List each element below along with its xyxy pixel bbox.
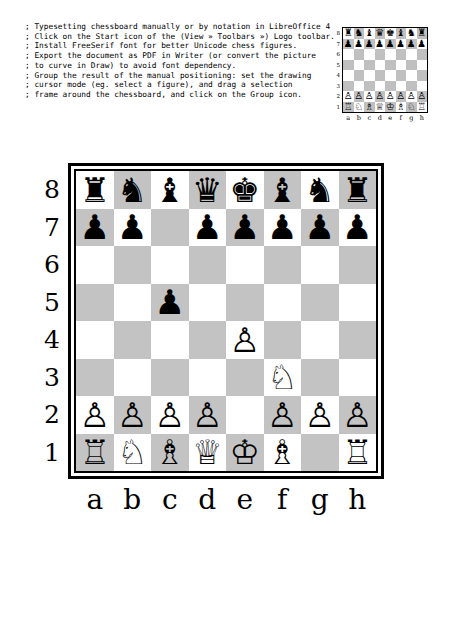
- mini-square-e7: ♟: [385, 39, 396, 50]
- main-square-h1: ♖: [339, 434, 377, 472]
- black-pawn-piece: ♟: [407, 39, 416, 49]
- mini-file-label-h: h: [417, 114, 428, 122]
- main-square-f5: [264, 284, 302, 322]
- main-board-inner-border: ♜♞♝♛♚♝♞♜♟♟♟♟♟♟♟♟♙♘♙♙♙♙♙♙♙♖♘♗♕♔♗♖: [74, 169, 378, 473]
- main-square-f4: [264, 321, 302, 359]
- main-square-e6: [226, 246, 264, 284]
- white-bishop-piece: ♗: [155, 435, 185, 469]
- black-bishop-piece: ♝: [396, 28, 405, 38]
- black-pawn-piece: ♟: [155, 285, 185, 319]
- mini-square-b6: [354, 49, 365, 60]
- main-square-b6: [114, 246, 152, 284]
- white-bishop-piece: ♗: [365, 102, 374, 112]
- main-rank-label-1: 1: [40, 434, 68, 472]
- mini-square-d2: ♙: [375, 91, 386, 102]
- comment-line: ; cursor mode (eg. select a figure), and…: [25, 80, 335, 90]
- mini-square-b1: ♘: [354, 102, 365, 113]
- main-square-h6: [339, 246, 377, 284]
- white-pawn-piece: ♙: [342, 398, 372, 432]
- main-square-d2: ♙: [189, 396, 227, 434]
- black-pawn-piece: ♟: [192, 210, 222, 244]
- mini-square-g7: ♟: [406, 39, 417, 50]
- white-king-piece: ♔: [386, 102, 395, 112]
- main-square-h8: ♜: [339, 171, 377, 209]
- black-pawn-piece: ♟: [342, 210, 372, 244]
- main-square-d1: ♕: [189, 434, 227, 472]
- main-rank-label-7: 7: [40, 209, 68, 247]
- mini-rank-label-7: 7: [330, 39, 342, 50]
- black-knight-piece: ♞: [305, 173, 335, 207]
- mini-file-label-c: c: [364, 114, 375, 122]
- black-pawn-piece: ♟: [344, 39, 353, 49]
- mini-chessboard: 87654321 ♜♞♝♛♚♝♞♜♟♟♟♟♟♟♟♟♙♙♙♙♙♙♙♙♖♘♗♕♔♗♘…: [330, 27, 428, 122]
- mini-rank-label-8: 8: [330, 28, 342, 39]
- main-square-h4: [339, 321, 377, 359]
- main-square-c5: ♟: [151, 284, 189, 322]
- white-knight-piece: ♘: [407, 102, 416, 112]
- mini-square-e1: ♔: [385, 102, 396, 113]
- white-rook-piece: ♖: [80, 435, 110, 469]
- white-bishop-piece: ♗: [396, 102, 405, 112]
- main-file-labels: abcdefgh: [76, 483, 384, 516]
- main-square-d3: [189, 359, 227, 397]
- black-knight-piece: ♞: [407, 28, 416, 38]
- main-square-a2: ♙: [76, 396, 114, 434]
- black-king-piece: ♚: [386, 28, 395, 38]
- main-square-c7: [151, 209, 189, 247]
- mini-square-d6: [375, 49, 386, 60]
- mini-rank-label-5: 5: [330, 60, 342, 71]
- black-pawn-piece: ♟: [396, 39, 405, 49]
- white-pawn-piece: ♙: [417, 91, 426, 101]
- black-queen-piece: ♛: [375, 28, 384, 38]
- mini-square-b2: ♙: [354, 91, 365, 102]
- mini-file-label-g: g: [406, 114, 417, 122]
- main-square-g5: [301, 284, 339, 322]
- mini-square-g4: [406, 70, 417, 81]
- black-rook-piece: ♜: [80, 173, 110, 207]
- main-square-g3: [301, 359, 339, 397]
- main-square-g4: [301, 321, 339, 359]
- mini-file-label-e: e: [385, 114, 396, 122]
- mini-square-f4: [396, 70, 407, 81]
- white-rook-piece: ♖: [417, 102, 426, 112]
- mini-square-g5: [406, 60, 417, 71]
- mini-rank-label-1: 1: [330, 102, 342, 113]
- main-square-h3: [339, 359, 377, 397]
- white-pawn-piece: ♙: [192, 398, 222, 432]
- main-rank-label-2: 2: [40, 396, 68, 434]
- comment-line: ; Group the result of the manual positio…: [25, 71, 335, 81]
- white-rook-piece: ♖: [342, 435, 372, 469]
- mini-board-grid: ♜♞♝♛♚♝♞♜♟♟♟♟♟♟♟♟♙♙♙♙♙♙♙♙♖♘♗♕♔♗♘♖: [343, 28, 427, 112]
- main-file-label-b: b: [114, 483, 152, 516]
- black-bishop-piece: ♝: [267, 173, 297, 207]
- mini-square-h4: [417, 70, 428, 81]
- mini-file-label-f: f: [396, 114, 407, 122]
- mini-square-c8: ♝: [364, 28, 375, 39]
- white-pawn-piece: ♙: [375, 91, 384, 101]
- main-file-label-c: c: [151, 483, 189, 516]
- mini-square-h5: [417, 60, 428, 71]
- black-pawn-piece: ♟: [267, 210, 297, 244]
- mini-square-c2: ♙: [364, 91, 375, 102]
- main-square-c4: [151, 321, 189, 359]
- mini-square-f5: [396, 60, 407, 71]
- main-file-label-g: g: [301, 483, 339, 516]
- mini-square-f8: ♝: [396, 28, 407, 39]
- mini-square-e5: [385, 60, 396, 71]
- mini-file-labels: abcdefgh: [343, 114, 428, 122]
- mini-square-b4: [354, 70, 365, 81]
- white-pawn-piece: ♙: [365, 91, 374, 101]
- main-square-c8: ♝: [151, 171, 189, 209]
- white-bishop-piece: ♗: [267, 435, 297, 469]
- mini-square-h2: ♙: [417, 91, 428, 102]
- main-square-b4: [114, 321, 152, 359]
- mini-square-f1: ♗: [396, 102, 407, 113]
- mini-square-c7: ♟: [364, 39, 375, 50]
- comment-line: ; Install FreeSerif font for better Unic…: [25, 41, 335, 51]
- main-square-g8: ♞: [301, 171, 339, 209]
- main-square-b3: [114, 359, 152, 397]
- mini-square-h7: ♟: [417, 39, 428, 50]
- white-queen-piece: ♕: [375, 102, 384, 112]
- main-square-h2: ♙: [339, 396, 377, 434]
- white-pawn-piece: ♙: [407, 91, 416, 101]
- black-bishop-piece: ♝: [365, 28, 374, 38]
- main-square-g2: ♙: [301, 396, 339, 434]
- main-square-e8: ♚: [226, 171, 264, 209]
- white-queen-piece: ♕: [192, 435, 222, 469]
- main-board-outer-border: ♜♞♝♛♚♝♞♜♟♟♟♟♟♟♟♟♙♘♙♙♙♙♙♙♙♖♘♗♕♔♗♖: [68, 163, 384, 479]
- main-square-h5: [339, 284, 377, 322]
- mini-square-a1: ♖: [343, 102, 354, 113]
- main-square-e2: [226, 396, 264, 434]
- black-bishop-piece: ♝: [155, 173, 185, 207]
- black-pawn-piece: ♟: [117, 210, 147, 244]
- black-pawn-piece: ♟: [375, 39, 384, 49]
- mini-square-e8: ♚: [385, 28, 396, 39]
- white-pawn-piece: ♙: [155, 398, 185, 432]
- main-square-b1: ♘: [114, 434, 152, 472]
- main-square-f2: ♙: [264, 396, 302, 434]
- mini-square-b5: [354, 60, 365, 71]
- mini-rank-labels: 87654321: [330, 28, 342, 113]
- white-king-piece: ♔: [230, 435, 260, 469]
- mini-square-e6: [385, 49, 396, 60]
- black-pawn-piece: ♟: [386, 39, 395, 49]
- main-rank-label-8: 8: [40, 171, 68, 209]
- mini-square-d5: [375, 60, 386, 71]
- black-knight-piece: ♞: [117, 173, 147, 207]
- main-square-f6: [264, 246, 302, 284]
- mini-square-g1: ♘: [406, 102, 417, 113]
- main-square-f3: ♘: [264, 359, 302, 397]
- main-square-c2: ♙: [151, 396, 189, 434]
- mini-file-label-a: a: [343, 114, 354, 122]
- white-knight-piece: ♘: [354, 102, 363, 112]
- main-rank-labels: 87654321: [40, 171, 68, 479]
- white-pawn-piece: ♙: [354, 91, 363, 101]
- mini-square-h6: [417, 49, 428, 60]
- main-chessboard: 87654321 ♜♞♝♛♚♝♞♜♟♟♟♟♟♟♟♟♙♘♙♙♙♙♙♙♙♖♘♗♕♔♗…: [40, 163, 384, 516]
- mini-rank-label-3: 3: [330, 81, 342, 92]
- mini-rank-label-4: 4: [330, 70, 342, 81]
- comment-line: ; frame around the chessboard, and click…: [25, 90, 335, 100]
- main-square-d8: ♛: [189, 171, 227, 209]
- comment-line: ; Click on the Start icon of the (View »…: [25, 32, 335, 42]
- main-square-a1: ♖: [76, 434, 114, 472]
- mini-square-d1: ♕: [375, 102, 386, 113]
- mini-square-a6: [343, 49, 354, 60]
- main-square-d4: [189, 321, 227, 359]
- mini-square-f2: ♙: [396, 91, 407, 102]
- main-square-g6: [301, 246, 339, 284]
- comment-line: ; to curve in Draw) to avoid font depend…: [25, 61, 335, 71]
- main-square-e4: ♙: [226, 321, 264, 359]
- black-pawn-piece: ♟: [354, 39, 363, 49]
- main-square-d7: ♟: [189, 209, 227, 247]
- main-square-c6: [151, 246, 189, 284]
- white-knight-piece: ♘: [267, 360, 297, 394]
- white-rook-piece: ♖: [344, 102, 353, 112]
- mini-square-a7: ♟: [343, 39, 354, 50]
- main-square-a3: [76, 359, 114, 397]
- main-square-h7: ♟: [339, 209, 377, 247]
- black-pawn-piece: ♟: [417, 39, 426, 49]
- black-rook-piece: ♜: [342, 173, 372, 207]
- mini-square-g2: ♙: [406, 91, 417, 102]
- main-rank-label-4: 4: [40, 321, 68, 359]
- white-pawn-piece: ♙: [267, 398, 297, 432]
- main-rank-label-6: 6: [40, 246, 68, 284]
- mini-square-e2: ♙: [385, 91, 396, 102]
- mini-rank-label-2: 2: [330, 91, 342, 102]
- mini-rank-label-6: 6: [330, 49, 342, 60]
- black-pawn-piece: ♟: [305, 210, 335, 244]
- main-square-f8: ♝: [264, 171, 302, 209]
- white-pawn-piece: ♙: [386, 91, 395, 101]
- mini-square-h8: ♜: [417, 28, 428, 39]
- white-pawn-piece: ♙: [80, 398, 110, 432]
- black-rook-piece: ♜: [417, 28, 426, 38]
- mini-square-c6: [364, 49, 375, 60]
- black-rook-piece: ♜: [344, 28, 353, 38]
- mini-file-label-b: b: [354, 114, 365, 122]
- main-square-e5: [226, 284, 264, 322]
- mini-square-a8: ♜: [343, 28, 354, 39]
- black-pawn-piece: ♟: [230, 210, 260, 244]
- main-square-c3: [151, 359, 189, 397]
- main-file-label-f: f: [264, 483, 302, 516]
- mini-board-border: ♜♞♝♛♚♝♞♜♟♟♟♟♟♟♟♟♙♙♙♙♙♙♙♙♖♘♗♕♔♗♘♖: [342, 27, 428, 113]
- main-square-f7: ♟: [264, 209, 302, 247]
- black-pawn-piece: ♟: [365, 39, 374, 49]
- mini-file-label-d: d: [375, 114, 386, 122]
- mini-square-a5: [343, 60, 354, 71]
- mini-square-a4: [343, 70, 354, 81]
- document-page: { "game": "chess", "position": { "main_b…: [0, 0, 452, 640]
- white-pawn-piece: ♙: [305, 398, 335, 432]
- comment-block: ; Typesetting chessboard manually or by …: [25, 22, 335, 100]
- mini-square-c4: [364, 70, 375, 81]
- main-file-label-e: e: [226, 483, 264, 516]
- main-square-g7: ♟: [301, 209, 339, 247]
- comment-line: ; Typesetting chessboard manually or by …: [25, 22, 335, 32]
- mini-square-d4: [375, 70, 386, 81]
- mini-square-e4: [385, 70, 396, 81]
- black-queen-piece: ♛: [192, 173, 222, 207]
- mini-square-b7: ♟: [354, 39, 365, 50]
- main-square-e7: ♟: [226, 209, 264, 247]
- main-square-b7: ♟: [114, 209, 152, 247]
- mini-square-d7: ♟: [375, 39, 386, 50]
- main-square-a5: [76, 284, 114, 322]
- mini-square-d8: ♛: [375, 28, 386, 39]
- main-square-a7: ♟: [76, 209, 114, 247]
- main-square-a4: [76, 321, 114, 359]
- main-square-d6: [189, 246, 227, 284]
- main-rank-label-3: 3: [40, 359, 68, 397]
- white-pawn-piece: ♙: [396, 91, 405, 101]
- main-square-d5: [189, 284, 227, 322]
- black-pawn-piece: ♟: [80, 210, 110, 244]
- mini-square-f6: [396, 49, 407, 60]
- main-square-c1: ♗: [151, 434, 189, 472]
- main-square-e1: ♔: [226, 434, 264, 472]
- main-file-label-h: h: [339, 483, 377, 516]
- main-square-b2: ♙: [114, 396, 152, 434]
- mini-square-b8: ♞: [354, 28, 365, 39]
- white-pawn-piece: ♙: [230, 323, 260, 357]
- main-square-g1: [301, 434, 339, 472]
- main-file-label-a: a: [76, 483, 114, 516]
- main-board-grid: ♜♞♝♛♚♝♞♜♟♟♟♟♟♟♟♟♙♘♙♙♙♙♙♙♙♖♘♗♕♔♗♖: [76, 171, 376, 471]
- main-square-a6: [76, 246, 114, 284]
- main-square-a8: ♜: [76, 171, 114, 209]
- main-rank-label-5: 5: [40, 284, 68, 322]
- mini-square-g6: [406, 49, 417, 60]
- mini-square-c5: [364, 60, 375, 71]
- white-knight-piece: ♘: [117, 435, 147, 469]
- mini-square-g8: ♞: [406, 28, 417, 39]
- white-pawn-piece: ♙: [344, 91, 353, 101]
- black-king-piece: ♚: [230, 173, 260, 207]
- main-file-label-d: d: [189, 483, 227, 516]
- mini-square-a2: ♙: [343, 91, 354, 102]
- mini-square-h1: ♖: [417, 102, 428, 113]
- main-square-f1: ♗: [264, 434, 302, 472]
- main-square-e3: [226, 359, 264, 397]
- white-pawn-piece: ♙: [117, 398, 147, 432]
- main-square-b8: ♞: [114, 171, 152, 209]
- black-knight-piece: ♞: [354, 28, 363, 38]
- mini-square-c1: ♗: [364, 102, 375, 113]
- comment-line: ; Export the document as PDF in Writer (…: [25, 51, 335, 61]
- main-square-b5: [114, 284, 152, 322]
- mini-square-f7: ♟: [396, 39, 407, 50]
